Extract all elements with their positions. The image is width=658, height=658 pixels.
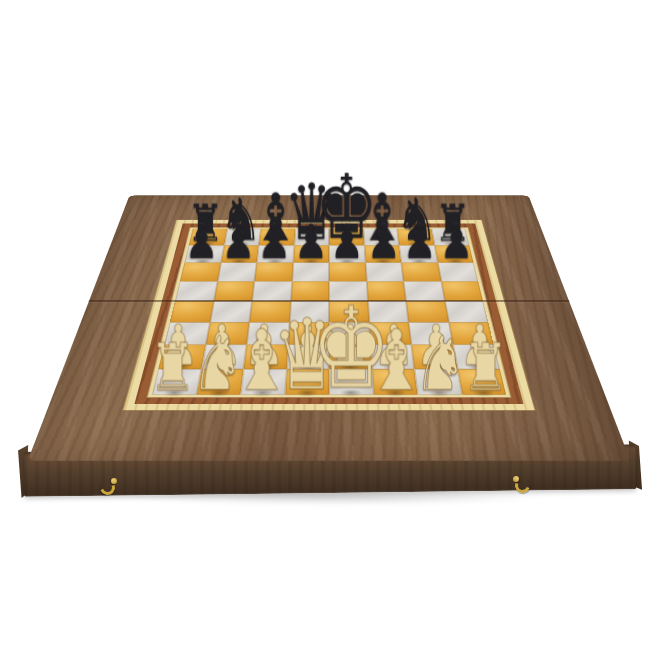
- square-g5: [404, 281, 445, 301]
- board-squares: ♜♞♝♛♚♝♞♜♟♟♟♟♟♟♟♟♟♟♟♟♟♟♟♟♜♞♝♛♚♝♞♜: [152, 229, 506, 395]
- square-a7: ♟: [184, 245, 223, 262]
- square-e1: ♚: [329, 369, 373, 395]
- black-pawn-g7: ♟: [403, 219, 437, 266]
- square-c7: ♟: [257, 245, 294, 262]
- brass-clasp-left-icon: [98, 477, 118, 494]
- black-pawn-e7: ♟: [330, 219, 364, 266]
- black-pawn-c7: ♟: [258, 219, 292, 266]
- black-pawn-f7: ♟: [367, 219, 401, 266]
- chessboard-box-top: ♜♞♝♛♚♝♞♜♟♟♟♟♟♟♟♟♟♟♟♟♟♟♟♟♜♞♝♛♚♝♞♜: [28, 195, 631, 460]
- brass-clasp-right-icon: [512, 475, 532, 492]
- black-pawn-h7: ♟: [439, 219, 473, 266]
- maple-border: ♜♞♝♛♚♝♞♜♟♟♟♟♟♟♟♟♟♟♟♟♟♟♟♟♜♞♝♛♚♝♞♜: [122, 220, 536, 411]
- board-perspective-wrapper: ♜♞♝♛♚♝♞♜♟♟♟♟♟♟♟♟♟♟♟♟♟♟♟♟♜♞♝♛♚♝♞♜: [89, 61, 569, 541]
- square-b7: ♟: [221, 245, 259, 262]
- square-d7: ♟: [293, 245, 329, 262]
- square-b5: [214, 281, 255, 301]
- square-h5: [441, 281, 483, 301]
- white-king-e1: ♚: [311, 293, 391, 405]
- square-h7: ♟: [434, 245, 473, 262]
- chess-set-photo: ♜♞♝♛♚♝♞♜♟♟♟♟♟♟♟♟♟♟♟♟♟♟♟♟♜♞♝♛♚♝♞♜: [0, 0, 658, 658]
- black-pawn-b7: ♟: [221, 219, 255, 266]
- maple-pinstripe: ♜♞♝♛♚♝♞♜♟♟♟♟♟♟♟♟♟♟♟♟♟♟♟♟♜♞♝♛♚♝♞♜: [147, 227, 512, 398]
- mahogany-border: ♜♞♝♛♚♝♞♜♟♟♟♟♟♟♟♟♟♟♟♟♟♟♟♟♜♞♝♛♚♝♞♜: [134, 223, 523, 404]
- square-a5: [175, 281, 217, 301]
- black-pawn-d7: ♟: [294, 219, 328, 266]
- square-g7: ♟: [399, 245, 437, 262]
- square-f7: ♟: [364, 245, 401, 262]
- square-e7: ♟: [329, 245, 365, 262]
- white-rook-a1: ♜: [150, 335, 197, 400]
- white-rook-h1: ♜: [462, 335, 509, 400]
- black-pawn-a7: ♟: [185, 219, 219, 266]
